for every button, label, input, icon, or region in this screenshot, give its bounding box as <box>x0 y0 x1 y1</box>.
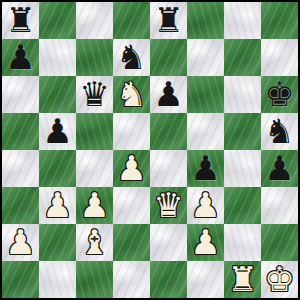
square-c4[interactable] <box>76 150 113 187</box>
square-b1[interactable] <box>39 261 76 298</box>
square-h7[interactable] <box>261 39 298 76</box>
square-b5[interactable]: ♟ <box>39 113 76 150</box>
square-c1[interactable] <box>76 261 113 298</box>
square-c2[interactable]: ♝ <box>76 224 113 261</box>
square-a2[interactable]: ♟ <box>2 224 39 261</box>
square-g1[interactable]: ♜ <box>224 261 261 298</box>
square-d5[interactable] <box>113 113 150 150</box>
square-f3[interactable]: ♟ <box>187 187 224 224</box>
square-e1[interactable] <box>150 261 187 298</box>
black-pawn[interactable]: ♟ <box>264 150 294 187</box>
square-a4[interactable] <box>2 150 39 187</box>
square-c6[interactable]: ♛ <box>76 76 113 113</box>
square-b2[interactable] <box>39 224 76 261</box>
white-bishop[interactable]: ♝ <box>79 224 109 261</box>
white-pawn[interactable]: ♟ <box>190 187 220 224</box>
square-h6[interactable]: ♚ <box>261 76 298 113</box>
square-a3[interactable] <box>2 187 39 224</box>
white-knight[interactable]: ♞ <box>116 76 146 113</box>
square-g7[interactable] <box>224 39 261 76</box>
square-e2[interactable] <box>150 224 187 261</box>
white-rook[interactable]: ♜ <box>227 261 257 298</box>
square-e3[interactable]: ♛ <box>150 187 187 224</box>
square-g2[interactable] <box>224 224 261 261</box>
white-pawn[interactable]: ♟ <box>79 187 109 224</box>
black-pawn[interactable]: ♟ <box>190 150 220 187</box>
square-d7[interactable]: ♞ <box>113 39 150 76</box>
square-g6[interactable] <box>224 76 261 113</box>
square-b6[interactable] <box>39 76 76 113</box>
square-g4[interactable] <box>224 150 261 187</box>
square-e8[interactable]: ♜ <box>150 2 187 39</box>
square-d8[interactable] <box>113 2 150 39</box>
square-g5[interactable] <box>224 113 261 150</box>
square-e4[interactable] <box>150 150 187 187</box>
square-b4[interactable] <box>39 150 76 187</box>
square-d4[interactable]: ♟ <box>113 150 150 187</box>
black-pawn[interactable]: ♟ <box>5 39 35 76</box>
square-d1[interactable] <box>113 261 150 298</box>
square-h5[interactable]: ♞ <box>261 113 298 150</box>
black-king[interactable]: ♚ <box>264 76 294 113</box>
black-knight[interactable]: ♞ <box>116 39 146 76</box>
square-c5[interactable] <box>76 113 113 150</box>
black-rook[interactable]: ♜ <box>153 2 183 39</box>
square-g3[interactable] <box>224 187 261 224</box>
square-c7[interactable] <box>76 39 113 76</box>
square-d3[interactable] <box>113 187 150 224</box>
square-a1[interactable] <box>2 261 39 298</box>
black-pawn[interactable]: ♟ <box>42 113 72 150</box>
square-b3[interactable]: ♟ <box>39 187 76 224</box>
square-f2[interactable]: ♟ <box>187 224 224 261</box>
black-pawn[interactable]: ♟ <box>153 76 183 113</box>
white-king[interactable]: ♚ <box>264 261 294 298</box>
square-f8[interactable] <box>187 2 224 39</box>
black-queen[interactable]: ♛ <box>79 76 109 113</box>
black-knight[interactable]: ♞ <box>264 113 294 150</box>
square-h3[interactable] <box>261 187 298 224</box>
white-pawn[interactable]: ♟ <box>116 150 146 187</box>
square-f4[interactable]: ♟ <box>187 150 224 187</box>
square-h8[interactable] <box>261 2 298 39</box>
square-f7[interactable] <box>187 39 224 76</box>
white-pawn[interactable]: ♟ <box>42 187 72 224</box>
square-d2[interactable] <box>113 224 150 261</box>
square-c3[interactable]: ♟ <box>76 187 113 224</box>
white-pawn[interactable]: ♟ <box>5 224 35 261</box>
square-f5[interactable] <box>187 113 224 150</box>
square-e7[interactable] <box>150 39 187 76</box>
square-a7[interactable]: ♟ <box>2 39 39 76</box>
square-d6[interactable]: ♞ <box>113 76 150 113</box>
square-b7[interactable] <box>39 39 76 76</box>
square-h2[interactable] <box>261 224 298 261</box>
square-h4[interactable]: ♟ <box>261 150 298 187</box>
white-pawn[interactable]: ♟ <box>190 224 220 261</box>
square-e6[interactable]: ♟ <box>150 76 187 113</box>
square-f1[interactable] <box>187 261 224 298</box>
square-e5[interactable] <box>150 113 187 150</box>
square-a8[interactable]: ♜ <box>2 2 39 39</box>
square-h1[interactable]: ♚ <box>261 261 298 298</box>
square-a5[interactable] <box>2 113 39 150</box>
chess-board: ♜♜♟♞♛♞♟♚♟♞♟♟♟♟♟♛♟♟♝♟♜♚ <box>0 0 300 300</box>
square-c8[interactable] <box>76 2 113 39</box>
square-b8[interactable] <box>39 2 76 39</box>
black-rook[interactable]: ♜ <box>5 2 35 39</box>
white-queen[interactable]: ♛ <box>153 187 183 224</box>
square-a6[interactable] <box>2 76 39 113</box>
square-f6[interactable] <box>187 76 224 113</box>
square-g8[interactable] <box>224 2 261 39</box>
